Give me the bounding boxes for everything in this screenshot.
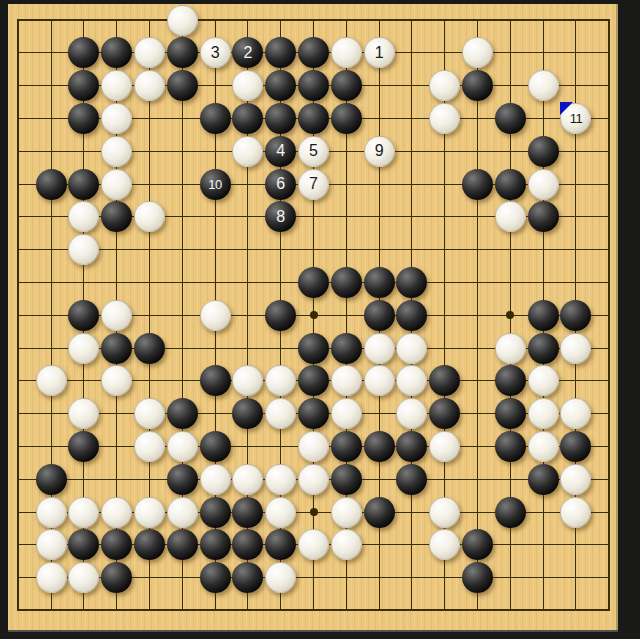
stone-white-14-4[interactable] — [429, 103, 460, 134]
stone-black-10-11[interactable] — [298, 333, 329, 364]
stone-white-8-5[interactable] — [232, 136, 263, 167]
stone-black-7-4[interactable] — [200, 103, 231, 134]
stone-white-4-10[interactable] — [101, 300, 132, 331]
stone-white-4-5[interactable] — [101, 136, 132, 167]
star-point-10-10 — [310, 311, 318, 319]
stone-black-15-18[interactable] — [462, 562, 493, 593]
stone-white-5-14[interactable] — [134, 431, 165, 462]
stone-black-3-6[interactable] — [68, 169, 99, 200]
stone-white-16-11[interactable] — [495, 333, 526, 364]
stone-white-12-2[interactable]: 1 — [364, 37, 395, 68]
stone-white-11-2[interactable] — [331, 37, 362, 68]
stone-black-9-5[interactable]: 4 — [265, 136, 296, 167]
stone-black-3-10[interactable] — [68, 300, 99, 331]
stone-white-4-16[interactable] — [101, 497, 132, 528]
stone-black-7-12[interactable] — [200, 365, 231, 396]
move-number-label-6: 6 — [276, 176, 285, 192]
stone-black-10-3[interactable] — [298, 70, 329, 101]
stone-white-5-3[interactable] — [134, 70, 165, 101]
stone-black-6-15[interactable] — [167, 464, 198, 495]
stone-white-17-14[interactable] — [528, 431, 559, 462]
stone-white-12-12[interactable] — [364, 365, 395, 396]
stone-black-8-16[interactable] — [232, 497, 263, 528]
move-number-label-4: 4 — [276, 143, 285, 159]
stone-white-7-10[interactable] — [200, 300, 231, 331]
stone-black-11-4[interactable] — [331, 103, 362, 134]
star-point-10-16 — [310, 508, 318, 516]
stone-white-12-11[interactable] — [364, 333, 395, 364]
stone-white-7-15[interactable] — [200, 464, 231, 495]
stone-white-8-15[interactable] — [232, 464, 263, 495]
stone-black-16-14[interactable] — [495, 431, 526, 462]
stone-white-10-15[interactable] — [298, 464, 329, 495]
stone-white-11-13[interactable] — [331, 398, 362, 429]
stone-black-10-13[interactable] — [298, 398, 329, 429]
stone-black-10-4[interactable] — [298, 103, 329, 134]
stone-black-16-16[interactable] — [495, 497, 526, 528]
stone-white-2-18[interactable] — [36, 562, 67, 593]
stone-black-9-6[interactable]: 6 — [265, 169, 296, 200]
stone-white-17-12[interactable] — [528, 365, 559, 396]
stone-black-7-6[interactable]: 10 — [200, 169, 231, 200]
stone-black-11-3[interactable] — [331, 70, 362, 101]
stone-white-18-15[interactable] — [560, 464, 591, 495]
stone-white-18-16[interactable] — [560, 497, 591, 528]
stone-black-15-6[interactable] — [462, 169, 493, 200]
stone-white-11-12[interactable] — [331, 365, 362, 396]
stone-black-7-16[interactable] — [200, 497, 231, 528]
go-board[interactable]: 3211145910678 — [0, 0, 640, 639]
stone-black-11-9[interactable] — [331, 267, 362, 298]
stone-black-16-13[interactable] — [495, 398, 526, 429]
stone-black-17-7[interactable] — [528, 201, 559, 232]
stone-black-5-11[interactable] — [134, 333, 165, 364]
stone-black-17-11[interactable] — [528, 333, 559, 364]
stone-white-18-11[interactable] — [560, 333, 591, 364]
stone-white-3-11[interactable] — [68, 333, 99, 364]
stone-black-17-15[interactable] — [528, 464, 559, 495]
stone-white-5-13[interactable] — [134, 398, 165, 429]
stone-white-17-3[interactable] — [528, 70, 559, 101]
last-move-triangle-marker — [560, 102, 573, 115]
stone-black-7-14[interactable] — [200, 431, 231, 462]
stone-white-6-1[interactable] — [167, 5, 198, 36]
stone-black-16-12[interactable] — [495, 365, 526, 396]
stone-black-11-15[interactable] — [331, 464, 362, 495]
stone-white-6-14[interactable] — [167, 431, 198, 462]
stone-black-6-3[interactable] — [167, 70, 198, 101]
move-number-label-3: 3 — [211, 45, 220, 61]
stone-black-2-6[interactable] — [36, 169, 67, 200]
move-number-label-8: 8 — [276, 209, 285, 225]
stone-black-16-6[interactable] — [495, 169, 526, 200]
move-number-label-10: 10 — [208, 178, 221, 191]
stone-white-13-11[interactable] — [396, 333, 427, 364]
grid-line-v-15 — [477, 19, 478, 611]
move-number-label-5: 5 — [309, 143, 318, 159]
stone-black-11-14[interactable] — [331, 431, 362, 462]
stone-white-2-16[interactable] — [36, 497, 67, 528]
stone-white-16-7[interactable] — [495, 201, 526, 232]
stone-white-11-17[interactable] — [331, 529, 362, 560]
stone-black-7-17[interactable] — [200, 529, 231, 560]
stone-white-11-16[interactable] — [331, 497, 362, 528]
stone-black-4-11[interactable] — [101, 333, 132, 364]
stone-white-9-15[interactable] — [265, 464, 296, 495]
stone-black-9-4[interactable] — [265, 103, 296, 134]
move-number-label-2: 2 — [243, 45, 252, 61]
stone-black-13-15[interactable] — [396, 464, 427, 495]
stone-white-9-16[interactable] — [265, 497, 296, 528]
stone-black-10-9[interactable] — [298, 267, 329, 298]
move-number-label-9: 9 — [375, 143, 384, 159]
move-number-label-1: 1 — [375, 45, 384, 61]
stone-white-17-13[interactable] — [528, 398, 559, 429]
grid-line-v-19 — [608, 19, 610, 611]
stone-white-14-14[interactable] — [429, 431, 460, 462]
stone-black-13-10[interactable] — [396, 300, 427, 331]
stone-white-2-12[interactable] — [36, 365, 67, 396]
stone-white-4-6[interactable] — [101, 169, 132, 200]
stone-black-17-10[interactable] — [528, 300, 559, 331]
stone-black-16-4[interactable] — [495, 103, 526, 134]
stone-black-18-10[interactable] — [560, 300, 591, 331]
stone-black-15-3[interactable] — [462, 70, 493, 101]
stone-white-3-16[interactable] — [68, 497, 99, 528]
stone-white-10-5[interactable]: 5 — [298, 136, 329, 167]
stone-black-12-14[interactable] — [364, 431, 395, 462]
stone-white-12-5[interactable]: 9 — [364, 136, 395, 167]
stone-black-11-11[interactable] — [331, 333, 362, 364]
stone-white-10-6[interactable]: 7 — [298, 169, 329, 200]
stone-black-12-16[interactable] — [364, 497, 395, 528]
move-number-label-7: 7 — [309, 176, 318, 192]
stone-black-6-13[interactable] — [167, 398, 198, 429]
stone-white-7-2[interactable]: 3 — [200, 37, 231, 68]
stone-white-4-4[interactable] — [101, 103, 132, 134]
stone-black-12-10[interactable] — [364, 300, 395, 331]
stone-black-6-17[interactable] — [167, 529, 198, 560]
grid-line-h-19 — [17, 609, 609, 611]
stone-black-9-10[interactable] — [265, 300, 296, 331]
stone-black-6-2[interactable] — [167, 37, 198, 68]
stone-black-7-18[interactable] — [200, 562, 231, 593]
stone-white-10-14[interactable] — [298, 431, 329, 462]
stone-black-2-15[interactable] — [36, 464, 67, 495]
stone-white-14-16[interactable] — [429, 497, 460, 528]
stone-white-2-17[interactable] — [36, 529, 67, 560]
stone-black-12-9[interactable] — [364, 267, 395, 298]
stone-white-5-16[interactable] — [134, 497, 165, 528]
stone-black-17-5[interactable] — [528, 136, 559, 167]
stone-white-6-16[interactable] — [167, 497, 198, 528]
stone-white-17-6[interactable] — [528, 169, 559, 200]
